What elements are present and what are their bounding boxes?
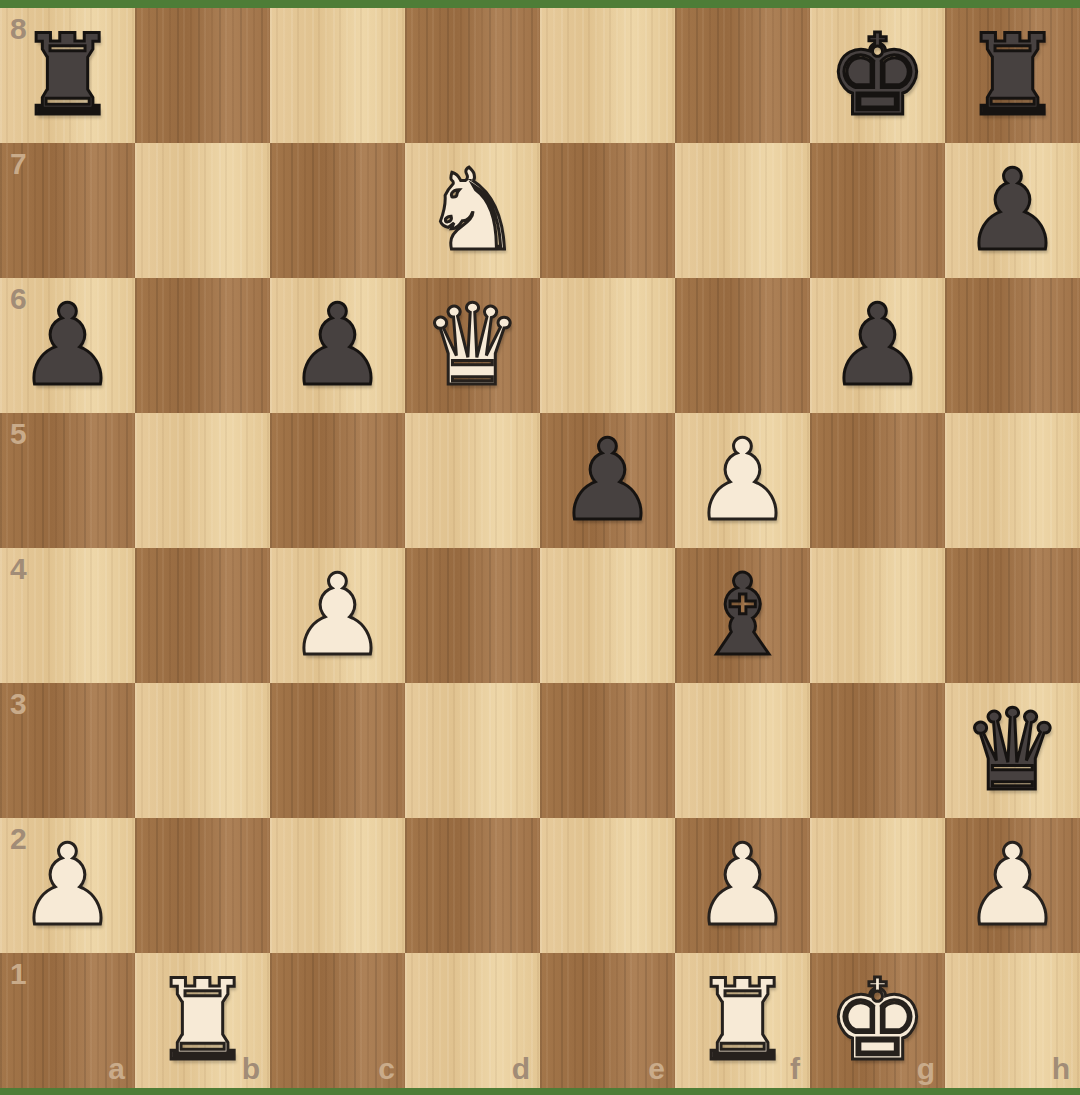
square-f3[interactable] [675, 683, 810, 818]
piece-white-pawn[interactable]: ♟ [287, 548, 387, 683]
file-label-a: a [108, 1052, 125, 1086]
piece-white-knight[interactable]: ♞ [422, 143, 522, 278]
square-b5[interactable] [135, 413, 270, 548]
square-a4[interactable]: 4 [0, 548, 135, 683]
piece-white-pawn[interactable]: ♟ [692, 413, 792, 548]
square-b8[interactable] [135, 8, 270, 143]
square-c1[interactable]: c [270, 953, 405, 1088]
square-e1[interactable]: e [540, 953, 675, 1088]
square-c8[interactable] [270, 8, 405, 143]
square-g4[interactable] [810, 548, 945, 683]
square-h8[interactable]: ♜ [945, 8, 1080, 143]
chess-board: 8♜♚♜7♞♟6♟♟♛♟5♟♟4♟♝3♛2♟♟♟1ab♜cdef♜g♚h [0, 8, 1080, 1088]
square-h6[interactable] [945, 278, 1080, 413]
square-d4[interactable] [405, 548, 540, 683]
piece-white-rook[interactable]: ♜ [692, 953, 792, 1088]
square-f5[interactable]: ♟ [675, 413, 810, 548]
square-b2[interactable] [135, 818, 270, 953]
square-e5[interactable]: ♟ [540, 413, 675, 548]
square-c3[interactable] [270, 683, 405, 818]
square-d6[interactable]: ♛ [405, 278, 540, 413]
piece-black-rook[interactable]: ♜ [17, 8, 117, 143]
square-f1[interactable]: f♜ [675, 953, 810, 1088]
square-g7[interactable] [810, 143, 945, 278]
square-g3[interactable] [810, 683, 945, 818]
square-f4[interactable]: ♝ [675, 548, 810, 683]
piece-black-bishop[interactable]: ♝ [692, 548, 792, 683]
square-b4[interactable] [135, 548, 270, 683]
square-h3[interactable]: ♛ [945, 683, 1080, 818]
square-a6[interactable]: 6♟ [0, 278, 135, 413]
piece-black-pawn[interactable]: ♟ [17, 278, 117, 413]
square-g8[interactable]: ♚ [810, 8, 945, 143]
square-a5[interactable]: 5 [0, 413, 135, 548]
square-e7[interactable] [540, 143, 675, 278]
piece-white-queen[interactable]: ♛ [422, 278, 522, 413]
piece-white-king[interactable]: ♚ [827, 953, 927, 1088]
square-e8[interactable] [540, 8, 675, 143]
square-f2[interactable]: ♟ [675, 818, 810, 953]
square-h4[interactable] [945, 548, 1080, 683]
file-label-c: c [378, 1052, 395, 1086]
square-e6[interactable] [540, 278, 675, 413]
square-f7[interactable] [675, 143, 810, 278]
piece-black-pawn[interactable]: ♟ [557, 413, 657, 548]
square-d3[interactable] [405, 683, 540, 818]
square-d8[interactable] [405, 8, 540, 143]
square-b6[interactable] [135, 278, 270, 413]
square-g6[interactable]: ♟ [810, 278, 945, 413]
square-h5[interactable] [945, 413, 1080, 548]
square-a8[interactable]: 8♜ [0, 8, 135, 143]
file-label-d: d [512, 1052, 530, 1086]
square-d2[interactable] [405, 818, 540, 953]
file-label-e: e [648, 1052, 665, 1086]
square-f6[interactable] [675, 278, 810, 413]
file-label-h: h [1052, 1052, 1070, 1086]
square-e2[interactable] [540, 818, 675, 953]
square-b3[interactable] [135, 683, 270, 818]
square-e4[interactable] [540, 548, 675, 683]
square-a3[interactable]: 3 [0, 683, 135, 818]
rank-label-7: 7 [10, 147, 27, 181]
piece-white-pawn[interactable]: ♟ [962, 818, 1062, 953]
square-d7[interactable]: ♞ [405, 143, 540, 278]
square-h1[interactable]: h [945, 953, 1080, 1088]
piece-white-pawn[interactable]: ♟ [17, 818, 117, 953]
square-c7[interactable] [270, 143, 405, 278]
square-h7[interactable]: ♟ [945, 143, 1080, 278]
square-c5[interactable] [270, 413, 405, 548]
square-g2[interactable] [810, 818, 945, 953]
rank-label-5: 5 [10, 417, 27, 451]
square-f8[interactable] [675, 8, 810, 143]
rank-label-4: 4 [10, 552, 27, 586]
piece-black-queen[interactable]: ♛ [962, 683, 1062, 818]
square-c6[interactable]: ♟ [270, 278, 405, 413]
square-e3[interactable] [540, 683, 675, 818]
piece-black-pawn[interactable]: ♟ [827, 278, 927, 413]
square-a2[interactable]: 2♟ [0, 818, 135, 953]
square-d1[interactable]: d [405, 953, 540, 1088]
square-g1[interactable]: g♚ [810, 953, 945, 1088]
piece-black-pawn[interactable]: ♟ [962, 143, 1062, 278]
square-b7[interactable] [135, 143, 270, 278]
square-d5[interactable] [405, 413, 540, 548]
piece-white-rook[interactable]: ♜ [152, 953, 252, 1088]
square-a1[interactable]: 1a [0, 953, 135, 1088]
square-c2[interactable] [270, 818, 405, 953]
square-h2[interactable]: ♟ [945, 818, 1080, 953]
square-a7[interactable]: 7 [0, 143, 135, 278]
square-c4[interactable]: ♟ [270, 548, 405, 683]
piece-black-king[interactable]: ♚ [827, 8, 927, 143]
square-b1[interactable]: b♜ [135, 953, 270, 1088]
square-g5[interactable] [810, 413, 945, 548]
rank-label-1: 1 [10, 957, 27, 991]
piece-black-pawn[interactable]: ♟ [287, 278, 387, 413]
rank-label-3: 3 [10, 687, 27, 721]
piece-black-rook[interactable]: ♜ [962, 8, 1062, 143]
piece-white-pawn[interactable]: ♟ [692, 818, 792, 953]
